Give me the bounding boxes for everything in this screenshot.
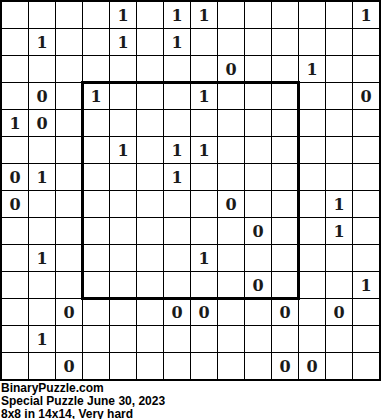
grid-cell-r12c7[interactable]: 0 (164, 299, 190, 325)
grid-cell-r4c9[interactable] (218, 83, 244, 109)
grid-cell-r7c1[interactable]: 0 (2, 164, 28, 190)
grid-cell-r4c7[interactable] (164, 83, 190, 109)
grid-cell-r14c11[interactable]: 0 (272, 353, 298, 379)
grid-cell-r11c10[interactable]: 0 (245, 272, 271, 298)
grid-cell-r2c1[interactable] (2, 29, 28, 55)
grid-cell-r8c12[interactable] (299, 191, 325, 217)
grid-cell-r11c7[interactable] (164, 272, 190, 298)
grid-cell-r8c7[interactable] (164, 191, 190, 217)
grid-cell-r11c4[interactable] (83, 272, 109, 298)
grid-cell-r10c5[interactable] (110, 245, 136, 271)
grid-cell-r2c6[interactable] (137, 29, 163, 55)
grid-cell-r11c1[interactable] (2, 272, 28, 298)
grid-cell-r12c6[interactable] (137, 299, 163, 325)
grid-cell-r5c6[interactable] (137, 110, 163, 136)
grid-cell-r14c4[interactable] (83, 353, 109, 379)
grid-cell-r12c2[interactable] (29, 299, 55, 325)
grid-cell-r6c12[interactable] (299, 137, 325, 163)
grid-cell-r8c5[interactable] (110, 191, 136, 217)
grid-cell-r10c9[interactable] (218, 245, 244, 271)
grid-cell-r13c8[interactable] (191, 326, 217, 352)
grid-cell-r13c3[interactable] (56, 326, 82, 352)
grid-cell-r14c8[interactable] (191, 353, 217, 379)
grid-cell-r4c4[interactable]: 1 (83, 83, 109, 109)
grid-cell-r14c9[interactable] (218, 353, 244, 379)
grid-cell-r5c13[interactable] (326, 110, 352, 136)
grid-cell-r3c14[interactable] (353, 56, 379, 82)
grid-cell-r4c5[interactable] (110, 83, 136, 109)
grid-cell-r6c10[interactable] (245, 137, 271, 163)
grid-cell-r1c5[interactable]: 1 (110, 2, 136, 28)
grid-cell-r13c4[interactable] (83, 326, 109, 352)
grid-cell-r13c1[interactable] (2, 326, 28, 352)
grid-cell-r13c7[interactable] (164, 326, 190, 352)
grid-cell-r5c4[interactable] (83, 110, 109, 136)
grid-cell-r1c14[interactable]: 1 (353, 2, 379, 28)
grid-cell-r9c12[interactable] (299, 218, 325, 244)
grid-cell-r3c13[interactable] (326, 56, 352, 82)
grid-cell-r9c9[interactable] (218, 218, 244, 244)
grid-cell-r11c3[interactable] (56, 272, 82, 298)
grid-cell-r6c4[interactable] (83, 137, 109, 163)
grid-cell-r4c6[interactable] (137, 83, 163, 109)
grid-cell-r11c8[interactable] (191, 272, 217, 298)
grid-cell-r13c9[interactable] (218, 326, 244, 352)
grid-cell-r8c14[interactable] (353, 191, 379, 217)
grid-cell-r9c8[interactable] (191, 218, 217, 244)
grid-cell-r12c4[interactable] (83, 299, 109, 325)
grid-cell-r12c12[interactable] (299, 299, 325, 325)
grid-cell-r8c2[interactable] (29, 191, 55, 217)
grid-cell-r1c2[interactable] (29, 2, 55, 28)
grid-cell-r14c13[interactable] (326, 353, 352, 379)
grid-cell-r13c10[interactable] (245, 326, 271, 352)
grid-cell-r9c6[interactable] (137, 218, 163, 244)
grid-cell-r5c1[interactable]: 1 (2, 110, 28, 136)
grid-cell-r11c2[interactable] (29, 272, 55, 298)
grid-cell-r1c6[interactable] (137, 2, 163, 28)
grid-cell-r8c3[interactable] (56, 191, 82, 217)
grid-cell-r6c14[interactable] (353, 137, 379, 163)
grid-cell-r4c3[interactable] (56, 83, 82, 109)
grid-cell-r14c10[interactable] (245, 353, 271, 379)
grid-cell-r12c8[interactable]: 0 (191, 299, 217, 325)
grid-cell-r4c12[interactable] (299, 83, 325, 109)
grid-cell-r4c14[interactable]: 0 (353, 83, 379, 109)
grid-cell-r11c9[interactable] (218, 272, 244, 298)
grid-cell-r10c2[interactable]: 1 (29, 245, 55, 271)
grid-cell-r2c12[interactable] (299, 29, 325, 55)
grid-cell-r10c8[interactable]: 1 (191, 245, 217, 271)
grid-cell-r9c7[interactable] (164, 218, 190, 244)
grid-cell-r3c11[interactable] (272, 56, 298, 82)
grid-cell-r9c10[interactable]: 0 (245, 218, 271, 244)
grid-cell-r1c13[interactable] (326, 2, 352, 28)
grid-cell-r7c11[interactable] (272, 164, 298, 190)
grid-cell-r1c11[interactable] (272, 2, 298, 28)
grid-cell-r1c12[interactable] (299, 2, 325, 28)
grid-cell-r12c5[interactable] (110, 299, 136, 325)
grid-cell-r7c10[interactable] (245, 164, 271, 190)
grid-cell-r7c6[interactable] (137, 164, 163, 190)
grid-cell-r5c5[interactable] (110, 110, 136, 136)
grid-cell-r7c8[interactable] (191, 164, 217, 190)
grid-cell-r13c11[interactable] (272, 326, 298, 352)
grid-cell-r14c7[interactable] (164, 353, 190, 379)
grid-cell-r7c13[interactable] (326, 164, 352, 190)
grid-cell-r6c11[interactable] (272, 137, 298, 163)
grid-cell-r12c14[interactable] (353, 299, 379, 325)
grid-cell-r12c13[interactable]: 0 (326, 299, 352, 325)
grid-cell-r3c2[interactable] (29, 56, 55, 82)
grid-cell-r5c2[interactable]: 0 (29, 110, 55, 136)
grid-cell-r8c4[interactable] (83, 191, 109, 217)
grid-cell-r3c12[interactable]: 1 (299, 56, 325, 82)
grid-cell-r7c3[interactable] (56, 164, 82, 190)
grid-cell-r5c10[interactable] (245, 110, 271, 136)
grid-cell-r5c3[interactable] (56, 110, 82, 136)
grid-cell-r7c14[interactable] (353, 164, 379, 190)
grid-cell-r2c13[interactable] (326, 29, 352, 55)
grid-cell-r3c9[interactable]: 0 (218, 56, 244, 82)
grid-cell-r2c4[interactable] (83, 29, 109, 55)
grid-cell-r10c3[interactable] (56, 245, 82, 271)
grid-cell-r9c11[interactable] (272, 218, 298, 244)
grid-cell-r3c1[interactable] (2, 56, 28, 82)
grid-cell-r6c1[interactable] (2, 137, 28, 163)
grid-cell-r9c3[interactable] (56, 218, 82, 244)
grid-cell-r3c4[interactable] (83, 56, 109, 82)
grid-cell-r9c2[interactable] (29, 218, 55, 244)
grid-cell-r14c6[interactable] (137, 353, 163, 379)
grid-cell-r1c8[interactable]: 1 (191, 2, 217, 28)
grid-cell-r4c10[interactable] (245, 83, 271, 109)
grid-cell-r4c13[interactable] (326, 83, 352, 109)
grid-cell-r2c10[interactable] (245, 29, 271, 55)
grid-cell-r12c3[interactable]: 0 (56, 299, 82, 325)
grid-cell-r11c5[interactable] (110, 272, 136, 298)
grid-cell-r13c2[interactable]: 1 (29, 326, 55, 352)
grid-cell-r5c7[interactable] (164, 110, 190, 136)
grid-cell-r2c2[interactable]: 1 (29, 29, 55, 55)
grid-cell-r12c1[interactable] (2, 299, 28, 325)
grid-cell-r7c2[interactable]: 1 (29, 164, 55, 190)
grid-cell-r2c3[interactable] (56, 29, 82, 55)
grid-cell-r10c7[interactable] (164, 245, 190, 271)
grid-cell-r2c8[interactable] (191, 29, 217, 55)
grid-cell-r9c5[interactable] (110, 218, 136, 244)
grid-cell-r11c14[interactable]: 1 (353, 272, 379, 298)
grid-cell-r14c5[interactable] (110, 353, 136, 379)
puzzle-info: 8x8 in 14x14, Very hard (1, 408, 380, 419)
grid-cell-r4c1[interactable] (2, 83, 28, 109)
binary-puzzle-page: 111111101011010111011001011101000001000 … (0, 0, 381, 419)
grid-cell-r11c11[interactable] (272, 272, 298, 298)
grid-cell-r8c13[interactable]: 1 (326, 191, 352, 217)
grid-cell-r6c7[interactable]: 1 (164, 137, 190, 163)
grid-cell-r3c3[interactable] (56, 56, 82, 82)
puzzle-footer: BinaryPuzzle.com Special Puzzle June 30,… (0, 381, 381, 419)
grid-cell-r14c14[interactable] (353, 353, 379, 379)
grid-cell-r9c14[interactable] (353, 218, 379, 244)
grid-cell-r6c6[interactable] (137, 137, 163, 163)
grid-cell-r8c10[interactable] (245, 191, 271, 217)
grid-cell-r12c10[interactable] (245, 299, 271, 325)
grid-cell-r13c13[interactable] (326, 326, 352, 352)
grid-cell-r3c5[interactable] (110, 56, 136, 82)
grid-cell-r4c2[interactable]: 0 (29, 83, 55, 109)
grid-cell-r14c3[interactable]: 0 (56, 353, 82, 379)
grid-cell-r3c6[interactable] (137, 56, 163, 82)
grid-cell-r11c13[interactable] (326, 272, 352, 298)
grid-cell-r12c9[interactable] (218, 299, 244, 325)
grid-cell-r1c1[interactable] (2, 2, 28, 28)
grid-cell-r3c10[interactable] (245, 56, 271, 82)
grid-cell-r14c1[interactable] (2, 353, 28, 379)
grid-cell-r9c1[interactable] (2, 218, 28, 244)
grid-cell-r1c9[interactable] (218, 2, 244, 28)
grid-cell-r11c6[interactable] (137, 272, 163, 298)
grid-cell-r10c13[interactable] (326, 245, 352, 271)
grid-cell-r11c12[interactable] (299, 272, 325, 298)
grid-cell-r6c2[interactable] (29, 137, 55, 163)
grid-cell-r10c11[interactable] (272, 245, 298, 271)
grid-cell-r8c8[interactable] (191, 191, 217, 217)
grid-cell-r5c9[interactable] (218, 110, 244, 136)
grid-cell-r14c2[interactable] (29, 353, 55, 379)
grid-cell-r7c12[interactable] (299, 164, 325, 190)
grid-cell-r1c4[interactable] (83, 2, 109, 28)
grid-cell-r8c11[interactable] (272, 191, 298, 217)
grid-cell-r9c4[interactable] (83, 218, 109, 244)
grid-cell-r4c11[interactable] (272, 83, 298, 109)
grid-cell-r7c9[interactable] (218, 164, 244, 190)
grid-cell-r2c5[interactable]: 1 (110, 29, 136, 55)
grid-cell-r10c14[interactable] (353, 245, 379, 271)
grid-cell-r5c14[interactable] (353, 110, 379, 136)
grid-cell-r8c1[interactable]: 0 (2, 191, 28, 217)
grid-cell-r12c11[interactable]: 0 (272, 299, 298, 325)
grid-cell-r13c14[interactable] (353, 326, 379, 352)
grid-cell-r8c6[interactable] (137, 191, 163, 217)
grid-cell-r2c11[interactable] (272, 29, 298, 55)
grid-cell-r7c4[interactable] (83, 164, 109, 190)
grid-cell-r2c7[interactable]: 1 (164, 29, 190, 55)
grid-cell-r8c9[interactable]: 0 (218, 191, 244, 217)
grid-cell-r13c12[interactable] (299, 326, 325, 352)
grid-cell-r5c8[interactable] (191, 110, 217, 136)
grid-cell-r1c10[interactable] (245, 2, 271, 28)
grid-cell-r6c8[interactable]: 1 (191, 137, 217, 163)
grid-cell-r6c5[interactable]: 1 (110, 137, 136, 163)
grid-cell-r9c13[interactable]: 1 (326, 218, 352, 244)
grid-cell-r10c10[interactable] (245, 245, 271, 271)
grid-cell-r5c11[interactable] (272, 110, 298, 136)
grid-cell-r6c3[interactable] (56, 137, 82, 163)
grid-cell-r1c7[interactable]: 1 (164, 2, 190, 28)
grid-cell-r3c7[interactable] (164, 56, 190, 82)
grid-cell-r2c9[interactable] (218, 29, 244, 55)
grid-cell-r10c12[interactable] (299, 245, 325, 271)
grid-cell-r14c12[interactable]: 0 (299, 353, 325, 379)
grid-cell-r7c7[interactable]: 1 (164, 164, 190, 190)
grid-cell-r3c8[interactable] (191, 56, 217, 82)
grid-cell-r10c6[interactable] (137, 245, 163, 271)
grid-cell-r6c9[interactable] (218, 137, 244, 163)
puzzle-grid: 111111101011010111011001011101000001000 (0, 0, 381, 381)
grid-cell-r5c12[interactable] (299, 110, 325, 136)
grid-cell-r1c3[interactable] (56, 2, 82, 28)
grid-cell-r13c6[interactable] (137, 326, 163, 352)
grid-cell-r10c1[interactable] (2, 245, 28, 271)
grid-cell-r4c8[interactable]: 1 (191, 83, 217, 109)
grid-cell-r6c13[interactable] (326, 137, 352, 163)
grid-cell-r13c5[interactable] (110, 326, 136, 352)
grid-cell-r7c5[interactable] (110, 164, 136, 190)
grid-cell-r10c4[interactable] (83, 245, 109, 271)
grid-cell-r2c14[interactable] (353, 29, 379, 55)
